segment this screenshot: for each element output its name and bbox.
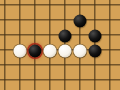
stone-white[interactable] [14, 45, 27, 58]
stone-black[interactable] [74, 15, 87, 28]
stone-black[interactable] [59, 30, 72, 43]
stone-white[interactable] [74, 45, 87, 58]
stone-black[interactable] [89, 30, 102, 43]
stone-black[interactable] [89, 45, 102, 58]
go-board[interactable] [0, 0, 120, 90]
stone-white[interactable] [59, 45, 72, 58]
screenshot [0, 0, 120, 90]
stone-white[interactable] [44, 45, 57, 58]
stone-black-marked-last-move[interactable] [29, 45, 42, 58]
